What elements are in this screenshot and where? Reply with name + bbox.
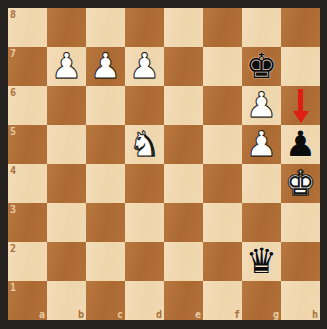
square-b7[interactable]: ♟ [47, 47, 86, 86]
square-f4[interactable] [203, 164, 242, 203]
black-pawn-h5[interactable]: ♟ [281, 125, 320, 164]
square-f1[interactable]: f [203, 281, 242, 320]
square-c4[interactable] [86, 164, 125, 203]
square-c7[interactable]: ♟ [86, 47, 125, 86]
square-b3[interactable] [47, 203, 86, 242]
file-label-g: g [273, 309, 279, 320]
square-c1[interactable]: c [86, 281, 125, 320]
file-label-e: e [195, 309, 201, 320]
file-label-b: b [78, 309, 84, 320]
chess-board: 87♟♟♟♚6♟5♞♟♟4♚32♛1abcdefgh [8, 8, 320, 320]
square-a1[interactable]: 1a [8, 281, 47, 320]
square-g1[interactable]: g [242, 281, 281, 320]
square-a5[interactable]: 5 [8, 125, 47, 164]
white-pawn-g5[interactable]: ♟ [242, 125, 281, 164]
square-f3[interactable] [203, 203, 242, 242]
white-pawn-b7[interactable]: ♟ [47, 47, 86, 86]
move-arrow-shaft [298, 89, 303, 111]
square-h5[interactable]: ♟ [281, 125, 320, 164]
square-e7[interactable] [164, 47, 203, 86]
black-king-g7[interactable]: ♚ [242, 47, 281, 86]
white-pawn-g6[interactable]: ♟ [242, 86, 281, 125]
square-b4[interactable] [47, 164, 86, 203]
square-h8[interactable] [281, 8, 320, 47]
square-e1[interactable]: e [164, 281, 203, 320]
rank-label-5: 5 [10, 126, 16, 137]
square-g5[interactable]: ♟ [242, 125, 281, 164]
square-h7[interactable] [281, 47, 320, 86]
square-h6[interactable] [281, 86, 320, 125]
move-arrow-head [293, 111, 309, 123]
square-f2[interactable] [203, 242, 242, 281]
square-d2[interactable] [125, 242, 164, 281]
square-e6[interactable] [164, 86, 203, 125]
square-a8[interactable]: 8 [8, 8, 47, 47]
square-f6[interactable] [203, 86, 242, 125]
square-c3[interactable] [86, 203, 125, 242]
square-d5[interactable]: ♞ [125, 125, 164, 164]
square-h2[interactable] [281, 242, 320, 281]
square-d6[interactable] [125, 86, 164, 125]
rank-label-2: 2 [10, 243, 16, 254]
square-e5[interactable] [164, 125, 203, 164]
square-g7[interactable]: ♚ [242, 47, 281, 86]
square-g2[interactable]: ♛ [242, 242, 281, 281]
square-f7[interactable] [203, 47, 242, 86]
square-b5[interactable] [47, 125, 86, 164]
white-king-h4[interactable]: ♚ [281, 164, 320, 203]
square-e2[interactable] [164, 242, 203, 281]
square-b8[interactable] [47, 8, 86, 47]
square-c8[interactable] [86, 8, 125, 47]
white-pawn-d7[interactable]: ♟ [125, 47, 164, 86]
black-queen-g2[interactable]: ♛ [242, 242, 281, 281]
square-b2[interactable] [47, 242, 86, 281]
square-e4[interactable] [164, 164, 203, 203]
rank-label-1: 1 [10, 282, 16, 293]
square-d4[interactable] [125, 164, 164, 203]
square-a6[interactable]: 6 [8, 86, 47, 125]
square-h4[interactable]: ♚ [281, 164, 320, 203]
square-d3[interactable] [125, 203, 164, 242]
square-e3[interactable] [164, 203, 203, 242]
square-c5[interactable] [86, 125, 125, 164]
white-pawn-c7[interactable]: ♟ [86, 47, 125, 86]
file-label-f: f [234, 309, 240, 320]
square-a4[interactable]: 4 [8, 164, 47, 203]
square-a2[interactable]: 2 [8, 242, 47, 281]
rank-label-8: 8 [10, 9, 16, 20]
square-c2[interactable] [86, 242, 125, 281]
square-a7[interactable]: 7 [8, 47, 47, 86]
square-e8[interactable] [164, 8, 203, 47]
file-label-c: c [117, 309, 123, 320]
chess-app-window: 87♟♟♟♚6♟5♞♟♟4♚32♛1abcdefgh [0, 0, 327, 329]
file-label-a: a [39, 309, 45, 320]
square-d1[interactable]: d [125, 281, 164, 320]
square-c6[interactable] [86, 86, 125, 125]
white-knight-d5[interactable]: ♞ [125, 125, 164, 164]
file-label-h: h [312, 309, 318, 320]
square-a3[interactable]: 3 [8, 203, 47, 242]
rank-label-7: 7 [10, 48, 16, 59]
square-d8[interactable] [125, 8, 164, 47]
file-label-d: d [156, 309, 162, 320]
square-g6[interactable]: ♟ [242, 86, 281, 125]
square-d7[interactable]: ♟ [125, 47, 164, 86]
square-f8[interactable] [203, 8, 242, 47]
square-b1[interactable]: b [47, 281, 86, 320]
rank-label-4: 4 [10, 165, 16, 176]
square-g4[interactable] [242, 164, 281, 203]
square-g8[interactable] [242, 8, 281, 47]
rank-label-3: 3 [10, 204, 16, 215]
rank-label-6: 6 [10, 87, 16, 98]
square-h1[interactable]: h [281, 281, 320, 320]
square-b6[interactable] [47, 86, 86, 125]
square-g3[interactable] [242, 203, 281, 242]
square-f5[interactable] [203, 125, 242, 164]
move-arrow-h6 [281, 86, 320, 125]
square-h3[interactable] [281, 203, 320, 242]
